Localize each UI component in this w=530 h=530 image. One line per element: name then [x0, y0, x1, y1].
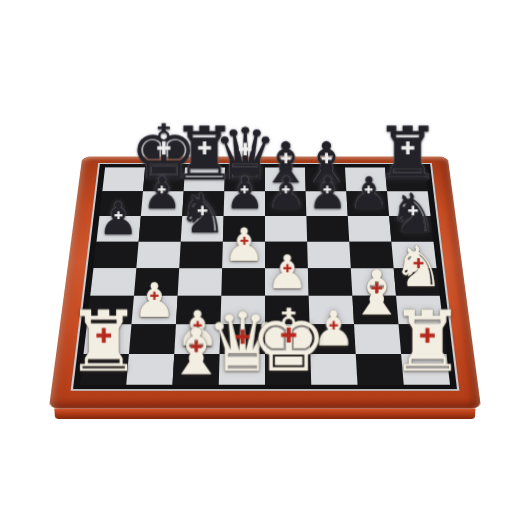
perspective-scene: ♚✚♜✚♛✚♝✚♝✚♜✚♟✚♟✚♟✚♟✚♟✚♟✚♞✚♞✚♟✚♟✚♞✚♟✚♝✚♟✚…	[0, 0, 530, 530]
white-cross-emblem: ✚	[323, 185, 332, 196]
square-e6	[265, 216, 307, 242]
white-cross-emblem: ✚	[196, 204, 207, 217]
square-f6	[306, 216, 349, 242]
white-cross-emblem: ✚	[113, 210, 122, 221]
square-b5	[136, 242, 180, 269]
square-f5	[307, 242, 351, 269]
board-frame-front-face	[54, 409, 475, 420]
square-c4	[178, 268, 222, 296]
black-pawn: ♟✚	[224, 171, 264, 215]
black-pawn: ♟✚	[266, 171, 306, 215]
white-cross-emblem: ✚	[320, 152, 331, 166]
red-cross-emblem: ✚	[95, 327, 112, 347]
wooden-board-frame: ♚✚♜✚♛✚♝✚♝✚♜✚♟✚♟✚♟✚♟✚♟✚♟✚♞✚♞✚♟✚♟✚♞✚♟✚♝✚♟✚…	[49, 157, 481, 409]
white-pawn: ♟✚	[223, 222, 264, 268]
product-photo-stage: ♚✚♜✚♛✚♝✚♝✚♜✚♟✚♟✚♟✚♟✚♟✚♟✚♞✚♞✚♟✚♟✚♞✚♟✚♝✚♟✚…	[0, 0, 530, 530]
white-cross-emblem: ✚	[280, 152, 291, 166]
square-b6	[139, 216, 183, 242]
black-pawn: ♟✚	[97, 196, 137, 241]
square-f7: ♟✚	[306, 191, 348, 216]
red-cross-emblem: ✚	[149, 291, 159, 302]
red-cross-emblem: ✚	[279, 326, 296, 347]
black-pawn: ♟✚	[349, 171, 389, 215]
square-g7: ♟✚	[346, 191, 389, 216]
square-a1: ♜✚	[80, 354, 129, 385]
white-cross-emblem: ✚	[156, 139, 171, 157]
square-c5	[179, 242, 223, 269]
square-e1: ♚✚	[265, 354, 311, 385]
square-d7: ♟✚	[224, 191, 265, 216]
red-cross-emblem: ✚	[189, 340, 202, 355]
square-d5: ♟✚	[222, 242, 265, 269]
white-king: ♚✚	[250, 298, 327, 384]
white-rook: ♜✚	[66, 300, 141, 384]
chess-board: ♚✚♜✚♛✚♝✚♝✚♜✚♟✚♟✚♟✚♟✚♟✚♟✚♞✚♞✚♟✚♟✚♞✚♟✚♝✚♟✚…	[49, 157, 481, 409]
red-cross-emblem: ✚	[418, 327, 435, 347]
black-pawn: ♟✚	[307, 171, 347, 215]
square-a5	[93, 242, 138, 269]
board-grid: ♚✚♜✚♛✚♝✚♝✚♜✚♟✚♟✚♟✚♟✚♟✚♟✚♞✚♞✚♟✚♟✚♞✚♟✚♝✚♟✚…	[73, 164, 457, 389]
white-rook: ♜✚	[389, 300, 464, 384]
square-a6: ♟✚	[97, 216, 141, 242]
red-cross-emblem: ✚	[328, 320, 338, 332]
square-e7: ♟✚	[265, 191, 306, 216]
square-c6: ♞✚	[181, 216, 224, 242]
white-cross-emblem: ✚	[407, 204, 418, 217]
red-cross-emblem: ✚	[370, 281, 382, 296]
red-cross-emblem: ✚	[412, 256, 423, 270]
square-h1: ♜✚	[401, 354, 450, 385]
white-pawn: ♟✚	[266, 248, 308, 295]
red-cross-emblem: ✚	[239, 236, 248, 247]
white-cross-emblem: ✚	[281, 185, 290, 196]
white-cross-emblem: ✚	[400, 141, 415, 159]
black-pawn: ♟✚	[142, 171, 182, 215]
square-g6	[348, 216, 392, 242]
red-cross-emblem: ✚	[282, 263, 291, 274]
white-cross-emblem: ✚	[364, 185, 373, 196]
white-cross-emblem: ✚	[240, 185, 249, 196]
black-knight: ♞✚	[177, 186, 226, 241]
white-cross-emblem: ✚	[157, 185, 166, 196]
red-cross-emblem: ✚	[234, 329, 250, 349]
white-cross-emblem: ✚	[237, 142, 251, 159]
white-cross-emblem: ✚	[197, 141, 212, 159]
square-a4	[90, 268, 136, 296]
